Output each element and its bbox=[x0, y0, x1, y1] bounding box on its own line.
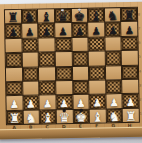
square-g4[interactable] bbox=[106, 66, 122, 80]
square-d5[interactable] bbox=[56, 52, 72, 66]
rank-label-4: 4 bbox=[137, 64, 142, 78]
piece-white-queen[interactable]: ♛ bbox=[57, 111, 73, 124]
piece-black-bishop[interactable]: ♝ bbox=[88, 10, 104, 23]
square-g5[interactable] bbox=[105, 51, 121, 65]
square-h7[interactable]: ♟ bbox=[122, 22, 138, 36]
square-c6[interactable] bbox=[39, 38, 55, 52]
square-f1[interactable]: ♝ bbox=[90, 109, 106, 123]
square-f5[interactable] bbox=[89, 52, 105, 66]
rank-label-5: 5 bbox=[137, 50, 142, 64]
piece-white-pawn[interactable]: ♟ bbox=[6, 99, 22, 110]
black-ball-finial-icon bbox=[80, 109, 83, 112]
square-f8[interactable]: ♝ bbox=[88, 8, 104, 22]
square-a3[interactable] bbox=[6, 82, 22, 96]
black-ball-finial-icon bbox=[63, 109, 66, 112]
square-d1[interactable]: ♛ bbox=[57, 110, 73, 124]
square-c5[interactable] bbox=[39, 52, 55, 66]
square-b7[interactable]: ♟ bbox=[22, 24, 38, 38]
square-a7[interactable]: ♟ bbox=[5, 24, 21, 38]
square-e8[interactable]: ♚ bbox=[71, 9, 87, 23]
piece-white-king[interactable]: ♚ bbox=[73, 111, 89, 124]
piece-black-pawn[interactable]: ♟ bbox=[72, 26, 88, 37]
piece-black-pawn[interactable]: ♟ bbox=[88, 26, 104, 37]
chess-board: ♜♞♝♛♚♝♞♜♟♟♟♟♟♟♟♟♟♟♟♟♟♟♟♟♜♞♝♛♚♝♞♜ ABCDEFG… bbox=[0, 2, 142, 140]
square-g7[interactable]: ♟ bbox=[105, 23, 121, 37]
square-f3[interactable] bbox=[89, 80, 105, 94]
square-g8[interactable]: ♞ bbox=[105, 8, 121, 22]
square-e5[interactable] bbox=[72, 52, 88, 66]
piece-white-knight[interactable]: ♞ bbox=[23, 112, 39, 125]
square-d2[interactable]: ♟ bbox=[56, 95, 72, 109]
square-f6[interactable] bbox=[89, 37, 105, 51]
rank-label-6: 6 bbox=[137, 35, 142, 49]
square-h6[interactable] bbox=[122, 37, 138, 51]
white-ball-finial-icon bbox=[78, 8, 81, 11]
square-c4[interactable] bbox=[39, 67, 55, 81]
square-e3[interactable] bbox=[73, 81, 89, 95]
square-h2[interactable]: ♟ bbox=[123, 94, 139, 108]
square-e1[interactable]: ♚ bbox=[73, 109, 89, 123]
square-e6[interactable] bbox=[72, 37, 88, 51]
square-h5[interactable] bbox=[122, 51, 138, 65]
piece-white-pawn[interactable]: ♟ bbox=[90, 98, 106, 109]
piece-white-pawn[interactable]: ♟ bbox=[40, 98, 56, 109]
piece-black-queen[interactable]: ♛ bbox=[55, 10, 71, 23]
square-g3[interactable] bbox=[106, 80, 122, 94]
square-b8[interactable]: ♞ bbox=[22, 10, 38, 24]
piece-white-rook[interactable]: ♜ bbox=[7, 112, 23, 125]
piece-white-rook[interactable]: ♜ bbox=[123, 110, 139, 123]
square-d4[interactable] bbox=[56, 66, 72, 80]
square-c3[interactable] bbox=[39, 81, 55, 95]
piece-black-rook[interactable]: ♜ bbox=[5, 11, 21, 24]
square-d8[interactable]: ♛ bbox=[55, 9, 71, 23]
piece-black-pawn[interactable]: ♟ bbox=[55, 26, 71, 37]
square-f7[interactable]: ♟ bbox=[88, 23, 104, 37]
rank-label-8: 8 bbox=[136, 7, 141, 21]
piece-black-rook[interactable]: ♜ bbox=[121, 9, 137, 22]
piece-black-knight[interactable]: ♞ bbox=[105, 10, 121, 23]
piece-black-pawn[interactable]: ♟ bbox=[105, 25, 121, 36]
square-b3[interactable] bbox=[23, 81, 39, 95]
square-a8[interactable]: ♜ bbox=[5, 10, 21, 24]
square-c1[interactable]: ♝ bbox=[40, 110, 56, 124]
square-a4[interactable] bbox=[6, 67, 22, 81]
square-d7[interactable]: ♟ bbox=[55, 23, 71, 37]
piece-white-pawn[interactable]: ♟ bbox=[23, 99, 39, 110]
square-e4[interactable] bbox=[72, 66, 88, 80]
square-c2[interactable]: ♟ bbox=[40, 96, 56, 110]
piece-black-pawn[interactable]: ♟ bbox=[22, 27, 38, 38]
square-g2[interactable]: ♟ bbox=[106, 94, 122, 108]
square-d3[interactable] bbox=[56, 81, 72, 95]
piece-black-bishop[interactable]: ♝ bbox=[38, 11, 54, 24]
piece-black-pawn[interactable]: ♟ bbox=[122, 25, 138, 36]
square-b5[interactable] bbox=[22, 53, 38, 67]
square-a1[interactable]: ♜ bbox=[7, 110, 23, 124]
square-b6[interactable] bbox=[22, 38, 38, 52]
square-g1[interactable]: ♞ bbox=[106, 109, 122, 123]
rank-label-7: 7 bbox=[137, 21, 142, 35]
square-h8[interactable]: ♜ bbox=[121, 8, 137, 22]
square-a2[interactable]: ♟ bbox=[6, 96, 22, 110]
square-h1[interactable]: ♜ bbox=[123, 108, 139, 122]
piece-black-knight[interactable]: ♞ bbox=[22, 11, 38, 24]
square-h4[interactable] bbox=[122, 65, 138, 79]
rank-label-3: 3 bbox=[138, 78, 142, 92]
square-e2[interactable]: ♟ bbox=[73, 95, 89, 109]
chess-photo-scene: ♜♞♝♛♚♝♞♜♟♟♟♟♟♟♟♟♟♟♟♟♟♟♟♟♜♞♝♛♚♝♞♜ ABCDEFG… bbox=[0, 0, 142, 143]
square-d6[interactable] bbox=[55, 38, 71, 52]
piece-white-pawn[interactable]: ♟ bbox=[123, 97, 139, 108]
square-c7[interactable]: ♟ bbox=[38, 24, 54, 38]
board-grid: ♜♞♝♛♚♝♞♜♟♟♟♟♟♟♟♟♟♟♟♟♟♟♟♟♜♞♝♛♚♝♞♜ bbox=[4, 7, 140, 125]
square-c8[interactable]: ♝ bbox=[38, 9, 54, 23]
square-f2[interactable]: ♟ bbox=[90, 95, 106, 109]
square-a6[interactable] bbox=[5, 39, 21, 53]
piece-white-pawn[interactable]: ♟ bbox=[56, 98, 72, 109]
piece-black-pawn[interactable]: ♟ bbox=[38, 27, 54, 38]
piece-white-bishop[interactable]: ♝ bbox=[90, 110, 106, 123]
piece-black-pawn[interactable]: ♟ bbox=[5, 27, 21, 38]
square-b2[interactable]: ♟ bbox=[23, 96, 39, 110]
square-e7[interactable]: ♟ bbox=[72, 23, 88, 37]
piece-white-knight[interactable]: ♞ bbox=[106, 110, 122, 123]
square-f4[interactable] bbox=[89, 66, 105, 80]
piece-black-king[interactable]: ♚ bbox=[71, 10, 87, 23]
square-a5[interactable] bbox=[6, 53, 22, 67]
square-g6[interactable] bbox=[105, 37, 121, 51]
piece-white-pawn[interactable]: ♟ bbox=[106, 97, 122, 108]
piece-white-bishop[interactable]: ♝ bbox=[40, 111, 56, 124]
piece-white-pawn[interactable]: ♟ bbox=[73, 98, 89, 109]
square-h3[interactable] bbox=[123, 80, 139, 94]
square-b4[interactable] bbox=[23, 67, 39, 81]
square-b1[interactable]: ♞ bbox=[23, 110, 39, 124]
white-ball-finial-icon bbox=[61, 9, 64, 12]
